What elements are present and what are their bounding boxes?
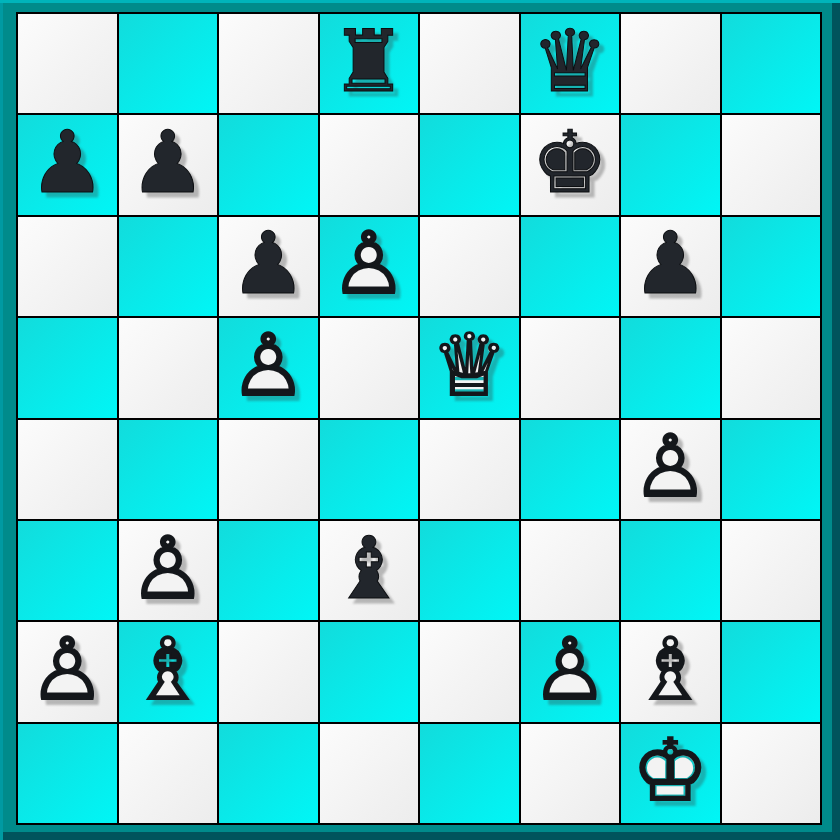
white-pawn-outline-glyph: ♙ [330, 221, 407, 307]
white-pawn[interactable]: ♟♙ [119, 521, 218, 620]
square-g1[interactable]: ♚♔ [621, 724, 720, 823]
white-bishop-outline-glyph: ♗ [129, 626, 206, 712]
square-h3[interactable] [722, 521, 821, 620]
board-frame: ♜♛♟♟♚♟♟♙♟♟♙♛♕♟♙♟♙♝♟♙♝♗♟♙♝♗♚♔ [0, 0, 840, 840]
square-f4[interactable] [521, 420, 620, 519]
square-b7[interactable]: ♟ [119, 115, 218, 214]
square-c1[interactable] [219, 724, 318, 823]
square-c3[interactable] [219, 521, 318, 620]
square-a1[interactable] [18, 724, 117, 823]
square-c6[interactable]: ♟ [219, 217, 318, 316]
square-b4[interactable] [119, 420, 218, 519]
square-d5[interactable] [320, 318, 419, 417]
white-queen-outline-glyph: ♕ [431, 322, 508, 408]
square-d8[interactable]: ♜ [320, 14, 419, 113]
square-h7[interactable] [722, 115, 821, 214]
square-a2[interactable]: ♟♙ [18, 622, 117, 721]
square-f6[interactable] [521, 217, 620, 316]
square-d1[interactable] [320, 724, 419, 823]
black-king[interactable]: ♚ [521, 115, 620, 214]
square-e5[interactable]: ♛♕ [420, 318, 519, 417]
square-b1[interactable] [119, 724, 218, 823]
square-d4[interactable] [320, 420, 419, 519]
white-queen[interactable]: ♛♕ [420, 318, 519, 417]
black-rook-glyph: ♜ [330, 18, 407, 104]
square-b5[interactable] [119, 318, 218, 417]
black-pawn-glyph: ♟ [29, 119, 106, 205]
square-c7[interactable] [219, 115, 318, 214]
square-g2[interactable]: ♝♗ [621, 622, 720, 721]
square-b6[interactable] [119, 217, 218, 316]
square-c4[interactable] [219, 420, 318, 519]
white-pawn-outline-glyph: ♙ [531, 626, 608, 712]
square-e2[interactable] [420, 622, 519, 721]
white-bishop[interactable]: ♝♗ [621, 622, 720, 721]
square-a7[interactable]: ♟ [18, 115, 117, 214]
black-king-glyph: ♚ [531, 119, 608, 205]
white-bishop-outline-glyph: ♗ [632, 626, 709, 712]
square-d2[interactable] [320, 622, 419, 721]
square-e3[interactable] [420, 521, 519, 620]
white-bishop[interactable]: ♝♗ [119, 622, 218, 721]
black-pawn[interactable]: ♟ [621, 217, 720, 316]
square-f8[interactable]: ♛ [521, 14, 620, 113]
white-pawn-outline-glyph: ♙ [230, 322, 307, 408]
square-e1[interactable] [420, 724, 519, 823]
square-f2[interactable]: ♟♙ [521, 622, 620, 721]
square-a6[interactable] [18, 217, 117, 316]
chess-board: ♜♛♟♟♚♟♟♙♟♟♙♛♕♟♙♟♙♝♟♙♝♗♟♙♝♗♚♔ [16, 12, 822, 825]
white-pawn[interactable]: ♟♙ [621, 420, 720, 519]
square-c5[interactable]: ♟♙ [219, 318, 318, 417]
square-b8[interactable] [119, 14, 218, 113]
square-h1[interactable] [722, 724, 821, 823]
square-c8[interactable] [219, 14, 318, 113]
black-pawn[interactable]: ♟ [18, 115, 117, 214]
square-g6[interactable]: ♟ [621, 217, 720, 316]
square-g3[interactable] [621, 521, 720, 620]
black-queen[interactable]: ♛ [521, 14, 620, 113]
square-f5[interactable] [521, 318, 620, 417]
white-pawn-outline-glyph: ♙ [632, 424, 709, 510]
black-pawn[interactable]: ♟ [219, 217, 318, 316]
square-d3[interactable]: ♝ [320, 521, 419, 620]
square-e7[interactable] [420, 115, 519, 214]
white-king-outline-glyph: ♔ [632, 728, 709, 814]
square-b2[interactable]: ♝♗ [119, 622, 218, 721]
square-e8[interactable] [420, 14, 519, 113]
square-h8[interactable] [722, 14, 821, 113]
square-g8[interactable] [621, 14, 720, 113]
square-d7[interactable] [320, 115, 419, 214]
square-e6[interactable] [420, 217, 519, 316]
white-pawn[interactable]: ♟♙ [320, 217, 419, 316]
square-h2[interactable] [722, 622, 821, 721]
white-pawn-outline-glyph: ♙ [129, 525, 206, 611]
white-pawn-outline-glyph: ♙ [29, 626, 106, 712]
square-a4[interactable] [18, 420, 117, 519]
square-b3[interactable]: ♟♙ [119, 521, 218, 620]
black-pawn-glyph: ♟ [632, 221, 709, 307]
white-pawn[interactable]: ♟♙ [18, 622, 117, 721]
black-bishop-glyph: ♝ [330, 525, 407, 611]
square-d6[interactable]: ♟♙ [320, 217, 419, 316]
white-pawn[interactable]: ♟♙ [521, 622, 620, 721]
black-bishop[interactable]: ♝ [320, 521, 419, 620]
square-a8[interactable] [18, 14, 117, 113]
white-pawn[interactable]: ♟♙ [219, 318, 318, 417]
white-king[interactable]: ♚♔ [621, 724, 720, 823]
black-queen-glyph: ♛ [531, 18, 608, 104]
square-g7[interactable] [621, 115, 720, 214]
square-f1[interactable] [521, 724, 620, 823]
square-h5[interactable] [722, 318, 821, 417]
square-e4[interactable] [420, 420, 519, 519]
square-g4[interactable]: ♟♙ [621, 420, 720, 519]
square-a5[interactable] [18, 318, 117, 417]
square-f7[interactable]: ♚ [521, 115, 620, 214]
square-h6[interactable] [722, 217, 821, 316]
black-pawn[interactable]: ♟ [119, 115, 218, 214]
square-g5[interactable] [621, 318, 720, 417]
black-rook[interactable]: ♜ [320, 14, 419, 113]
square-h4[interactable] [722, 420, 821, 519]
square-a3[interactable] [18, 521, 117, 620]
black-pawn-glyph: ♟ [230, 221, 307, 307]
black-pawn-glyph: ♟ [129, 119, 206, 205]
square-f3[interactable] [521, 521, 620, 620]
square-c2[interactable] [219, 622, 318, 721]
